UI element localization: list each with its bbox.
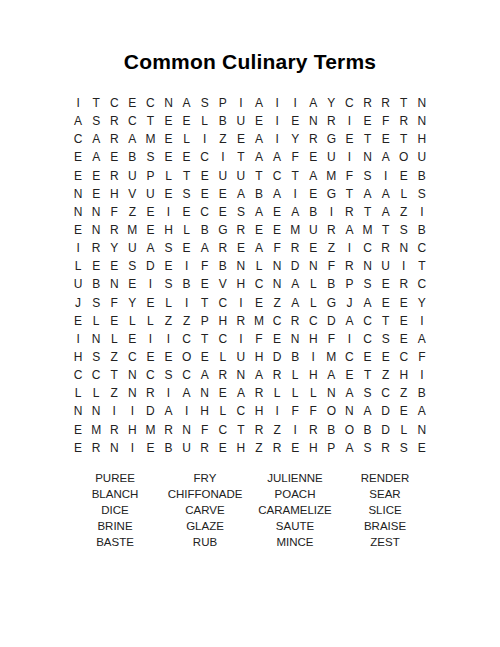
grid-cell: E <box>178 148 196 166</box>
grid-cell: I <box>159 384 177 402</box>
grid-cell: C <box>413 239 431 257</box>
grid-cell: C <box>340 94 358 112</box>
word-list-item: BASTE <box>70 534 160 550</box>
grid-cell: E <box>232 239 250 257</box>
grid-cell: C <box>141 94 159 112</box>
grid-cell: I <box>413 312 431 330</box>
grid-cell: A <box>377 185 395 203</box>
grid-cell: E <box>250 112 268 130</box>
grid-cell: I <box>413 203 431 221</box>
word-list-column: FRYCHIFFONADECARVEGLAZERUB <box>160 470 250 550</box>
grid-cell: C <box>359 330 377 348</box>
grid-cell: B <box>359 421 377 439</box>
grid-cell: J <box>69 294 87 312</box>
grid-cell: S <box>123 257 141 275</box>
grid-cell: U <box>214 167 232 185</box>
grid-cell: H <box>214 312 232 330</box>
grid-cell: O <box>322 402 340 420</box>
grid-cell: R <box>214 239 232 257</box>
grid-cell: R <box>377 439 395 457</box>
grid-cell: I <box>268 130 286 148</box>
grid-cell: S <box>159 275 177 293</box>
word-list-item: CARAMELIZE <box>250 502 340 518</box>
grid-cell: I <box>322 203 340 221</box>
grid-cell: E <box>214 203 232 221</box>
grid-cell: A <box>250 130 268 148</box>
grid-cell: F <box>105 294 123 312</box>
grid-cell: T <box>232 148 250 166</box>
word-list-item: MINCE <box>250 534 340 550</box>
grid-cell: E <box>377 294 395 312</box>
grid-cell: A <box>178 94 196 112</box>
grid-cell: E <box>87 257 105 275</box>
grid-cell: N <box>268 257 286 275</box>
grid-cell: R <box>359 94 377 112</box>
grid-cell: A <box>413 402 431 420</box>
grid-cell: A <box>123 130 141 148</box>
grid-cell: E <box>159 130 177 148</box>
grid-cell: E <box>159 348 177 366</box>
grid-cell: E <box>87 185 105 203</box>
grid-cell: N <box>322 384 340 402</box>
grid-cell: A <box>286 275 304 293</box>
grid-cell: M <box>87 421 105 439</box>
grid-cell: I <box>159 203 177 221</box>
grid-cell: F <box>286 148 304 166</box>
grid-cell: F <box>377 112 395 130</box>
grid-cell: L <box>250 257 268 275</box>
grid-cell: C <box>232 402 250 420</box>
grid-cell: R <box>196 439 214 457</box>
grid-cell: E <box>159 148 177 166</box>
grid-cell: I <box>232 294 250 312</box>
grid-cell: O <box>395 148 413 166</box>
grid-cell: E <box>178 203 196 221</box>
grid-cell: A <box>304 94 322 112</box>
grid-cell: R <box>268 366 286 384</box>
grid-cell: U <box>123 239 141 257</box>
grid-cell: E <box>340 366 358 384</box>
grid-cell: I <box>178 294 196 312</box>
grid-cell: R <box>105 221 123 239</box>
grid-cell: I <box>214 148 232 166</box>
grid-cell: P <box>340 275 358 293</box>
grid-cell: I <box>232 330 250 348</box>
word-list-item: POACH <box>250 486 340 502</box>
grid-cell: E <box>105 148 123 166</box>
grid-cell: H <box>232 439 250 457</box>
grid-cell: C <box>105 94 123 112</box>
grid-cell: Z <box>105 348 123 366</box>
grid-cell: E <box>413 439 431 457</box>
grid-cell: Z <box>105 384 123 402</box>
grid-cell: F <box>322 257 340 275</box>
grid-cell: S <box>359 275 377 293</box>
grid-cell: R <box>87 439 105 457</box>
grid-cell: N <box>395 239 413 257</box>
grid-cell: T <box>377 221 395 239</box>
grid-cell: R <box>268 439 286 457</box>
grid-cell: F <box>413 348 431 366</box>
grid-cell: D <box>141 257 159 275</box>
grid-cell: S <box>413 185 431 203</box>
grid-cell: P <box>196 312 214 330</box>
grid-cell: L <box>268 384 286 402</box>
grid-cell: D <box>377 402 395 420</box>
grid-cell: T <box>395 130 413 148</box>
grid-cell: A <box>232 185 250 203</box>
grid-cell: F <box>196 421 214 439</box>
grid-cell: A <box>359 294 377 312</box>
grid-cell: R <box>105 112 123 130</box>
grid-cell: L <box>196 112 214 130</box>
grid-cell: C <box>69 130 87 148</box>
grid-cell: H <box>159 221 177 239</box>
grid-cell: S <box>87 112 105 130</box>
grid-cell: E <box>286 112 304 130</box>
grid-cell: M <box>322 167 340 185</box>
grid-cell: I <box>141 330 159 348</box>
grid-cell: E <box>214 439 232 457</box>
grid-cell: I <box>123 439 141 457</box>
grid-cell: F <box>340 167 358 185</box>
grid-cell: M <box>141 421 159 439</box>
grid-cell: B <box>322 421 340 439</box>
grid-cell: S <box>159 239 177 257</box>
grid-cell: A <box>87 130 105 148</box>
grid-cell: N <box>69 402 87 420</box>
word-list-item: SAUTE <box>250 518 340 534</box>
grid-cell: I <box>232 94 250 112</box>
grid-cell: C <box>123 112 141 130</box>
grid-cell: A <box>286 294 304 312</box>
grid-cell: A <box>359 185 377 203</box>
word-list-column: PUREEBLANCHDICEBRINEBASTE <box>70 470 160 550</box>
grid-cell: L <box>214 402 232 420</box>
grid-cell: E <box>123 330 141 348</box>
grid-cell: D <box>286 257 304 275</box>
grid-cell: S <box>359 167 377 185</box>
grid-cell: E <box>141 348 159 366</box>
grid-cell: D <box>322 312 340 330</box>
grid-cell: E <box>359 348 377 366</box>
grid-cell: E <box>178 239 196 257</box>
grid-cell: E <box>69 421 87 439</box>
word-list-item: SLICE <box>340 502 430 518</box>
grid-cell: C <box>268 312 286 330</box>
grid-cell: P <box>141 167 159 185</box>
grid-cell: U <box>69 275 87 293</box>
grid-cell: E <box>87 167 105 185</box>
grid-cell: F <box>286 402 304 420</box>
grid-cell: Z <box>250 439 268 457</box>
grid-cell: C <box>377 384 395 402</box>
grid-cell: D <box>268 348 286 366</box>
grid-cell: A <box>87 148 105 166</box>
grid-cell: Z <box>123 203 141 221</box>
word-list-item: RENDER <box>340 470 430 486</box>
grid-cell: P <box>214 94 232 112</box>
grid-cell: T <box>178 167 196 185</box>
grid-cell: R <box>250 384 268 402</box>
grid-cell: H <box>304 330 322 348</box>
grid-cell: F <box>250 330 268 348</box>
grid-cell: C <box>214 330 232 348</box>
grid-cell: A <box>340 221 358 239</box>
grid-cell: I <box>340 148 358 166</box>
grid-cell: U <box>123 167 141 185</box>
grid-cell: Z <box>395 384 413 402</box>
grid-cell: T <box>105 366 123 384</box>
grid-cell: C <box>69 366 87 384</box>
grid-cell: F <box>322 330 340 348</box>
grid-cell: N <box>196 384 214 402</box>
grid-cell: R <box>232 221 250 239</box>
grid-cell: E <box>196 348 214 366</box>
grid-cell: N <box>178 421 196 439</box>
grid-cell: B <box>286 348 304 366</box>
word-list-item: GLAZE <box>160 518 250 534</box>
grid-cell: E <box>214 384 232 402</box>
grid-cell: B <box>250 185 268 203</box>
grid-cell: I <box>286 94 304 112</box>
grid-cell: I <box>69 94 87 112</box>
grid-cell: R <box>377 94 395 112</box>
grid-cell: S <box>359 384 377 402</box>
grid-cell: C <box>87 366 105 384</box>
grid-cell: E <box>196 167 214 185</box>
grid-cell: I <box>268 94 286 112</box>
grid-cell: I <box>178 402 196 420</box>
grid-cell: C <box>214 294 232 312</box>
grid-cell: M <box>322 348 340 366</box>
grid-cell: A <box>268 185 286 203</box>
grid-cell: I <box>69 330 87 348</box>
grid-cell: L <box>304 384 322 402</box>
grid-cell: R <box>159 421 177 439</box>
grid-cell: L <box>178 221 196 239</box>
grid-cell: L <box>395 185 413 203</box>
grid-cell: C <box>178 366 196 384</box>
grid-cell: T <box>286 167 304 185</box>
grid-cell: E <box>395 312 413 330</box>
grid-cell: I <box>340 330 358 348</box>
word-list-item: JULIENNE <box>250 470 340 486</box>
grid-cell: H <box>250 402 268 420</box>
grid-cell: R <box>322 221 340 239</box>
grid-cell: R <box>286 239 304 257</box>
grid-cell: U <box>377 257 395 275</box>
grid-cell: C <box>340 348 358 366</box>
grid-cell: B <box>159 439 177 457</box>
grid-cell: S <box>87 348 105 366</box>
grid-cell: E <box>286 439 304 457</box>
grid-cell: I <box>377 167 395 185</box>
grid-cell: Z <box>395 203 413 221</box>
grid-cell: H <box>304 366 322 384</box>
grid-cell: R <box>232 312 250 330</box>
grid-cell: E <box>268 203 286 221</box>
grid-cell: E <box>395 402 413 420</box>
grid-cell: E <box>196 185 214 203</box>
grid-cell: A <box>141 239 159 257</box>
grid-cell: H <box>232 275 250 293</box>
grid-cell: E <box>123 94 141 112</box>
grid-cell: E <box>196 275 214 293</box>
grid-cell: B <box>196 221 214 239</box>
grid-cell: T <box>87 94 105 112</box>
grid-cell: I <box>413 366 431 384</box>
grid-cell: U <box>232 348 250 366</box>
grid-cell: I <box>286 421 304 439</box>
word-list-item: CHIFFONADE <box>160 486 250 502</box>
grid-cell: I <box>340 112 358 130</box>
grid-cell: B <box>178 275 196 293</box>
grid-cell: Z <box>377 366 395 384</box>
grid-cell: M <box>123 221 141 239</box>
word-list-item: BLANCH <box>70 486 160 502</box>
grid-cell: A <box>250 239 268 257</box>
grid-cell: A <box>286 203 304 221</box>
grid-cell: I <box>196 130 214 148</box>
grid-cell: B <box>214 112 232 130</box>
grid-cell: N <box>105 275 123 293</box>
grid-cell: L <box>214 348 232 366</box>
grid-cell: E <box>232 130 250 148</box>
grid-cell: O <box>340 421 358 439</box>
grid-cell: L <box>87 312 105 330</box>
grid-cell: L <box>159 294 177 312</box>
grid-cell: R <box>340 203 358 221</box>
grid-cell: N <box>87 221 105 239</box>
grid-cell: A <box>178 384 196 402</box>
grid-cell: U <box>413 148 431 166</box>
grid-cell: A <box>196 239 214 257</box>
grid-cell: N <box>340 402 358 420</box>
grid-cell: E <box>105 312 123 330</box>
grid-cell: A <box>250 148 268 166</box>
grid-cell: E <box>395 167 413 185</box>
grid-cell: N <box>87 203 105 221</box>
grid-cell: C <box>196 148 214 166</box>
grid-cell: N <box>232 366 250 384</box>
grid-cell: B <box>413 167 431 185</box>
grid-cell: V <box>214 275 232 293</box>
grid-cell: I <box>268 112 286 130</box>
grid-cell: H <box>123 421 141 439</box>
grid-cell: A <box>413 330 431 348</box>
grid-cell: E <box>141 294 159 312</box>
grid-cell: T <box>250 167 268 185</box>
grid-cell: I <box>69 239 87 257</box>
grid-cell: C <box>250 275 268 293</box>
grid-cell: U <box>178 439 196 457</box>
grid-cell: E <box>377 130 395 148</box>
word-list-item: FRY <box>160 470 250 486</box>
grid-cell: R <box>340 257 358 275</box>
grid-cell: B <box>413 221 431 239</box>
grid-cell: L <box>286 366 304 384</box>
grid-cell: E <box>159 112 177 130</box>
grid-cell: Z <box>159 312 177 330</box>
word-list: PUREEBLANCHDICEBRINEBASTEFRYCHIFFONADECA… <box>70 470 430 550</box>
grid-cell: C <box>214 421 232 439</box>
grid-cell: E <box>340 130 358 148</box>
grid-cell: T <box>359 130 377 148</box>
grid-cell: N <box>413 94 431 112</box>
grid-cell: D <box>377 421 395 439</box>
grid-cell: E <box>304 148 322 166</box>
grid-cell: Z <box>268 421 286 439</box>
grid-cell: L <box>105 330 123 348</box>
grid-cell: U <box>232 112 250 130</box>
grid-cell: B <box>87 275 105 293</box>
grid-cell: B <box>322 275 340 293</box>
grid-cell: I <box>268 402 286 420</box>
grid-cell: N <box>359 257 377 275</box>
grid-cell: R <box>250 421 268 439</box>
grid-cell: L <box>395 421 413 439</box>
word-list-item: SEAR <box>340 486 430 502</box>
grid-cell: E <box>250 221 268 239</box>
grid-cell: N <box>304 257 322 275</box>
grid-cell: A <box>250 94 268 112</box>
grid-cell: L <box>69 257 87 275</box>
grid-cell: E <box>214 185 232 203</box>
grid-cell: E <box>359 112 377 130</box>
grid-cell: N <box>286 330 304 348</box>
grid-cell: G <box>322 185 340 203</box>
grid-cell: Y <box>322 94 340 112</box>
grid-cell: R <box>395 112 413 130</box>
grid-cell: E <box>268 221 286 239</box>
grid-cell: S <box>178 185 196 203</box>
grid-cell: I <box>178 257 196 275</box>
grid-cell: E <box>123 275 141 293</box>
grid-cell: A <box>196 366 214 384</box>
grid-cell: F <box>196 257 214 275</box>
grid-cell: N <box>359 148 377 166</box>
grid-cell: U <box>322 148 340 166</box>
grid-cell: E <box>69 221 87 239</box>
grid-cell: H <box>395 366 413 384</box>
grid-cell: A <box>268 148 286 166</box>
grid-cell: S <box>196 94 214 112</box>
grid-cell: A <box>340 312 358 330</box>
grid-cell: T <box>413 257 431 275</box>
word-list-item: BRAISE <box>340 518 430 534</box>
grid-cell: Z <box>322 239 340 257</box>
grid-cell: D <box>141 402 159 420</box>
grid-cell: N <box>87 330 105 348</box>
grid-cell: R <box>304 130 322 148</box>
grid-cell: T <box>377 312 395 330</box>
grid-cell: L <box>304 294 322 312</box>
grid-cell: H <box>196 402 214 420</box>
grid-cell: M <box>250 312 268 330</box>
grid-cell: N <box>413 421 431 439</box>
grid-cell: T <box>141 112 159 130</box>
grid-cell: S <box>232 203 250 221</box>
grid-cell: T <box>340 185 358 203</box>
grid-cell: N <box>232 257 250 275</box>
grid-cell: P <box>322 439 340 457</box>
word-list-item: ZEST <box>340 534 430 550</box>
grid-cell: L <box>141 312 159 330</box>
grid-cell: R <box>286 312 304 330</box>
grid-cell: A <box>359 402 377 420</box>
grid-cell: L <box>178 130 196 148</box>
